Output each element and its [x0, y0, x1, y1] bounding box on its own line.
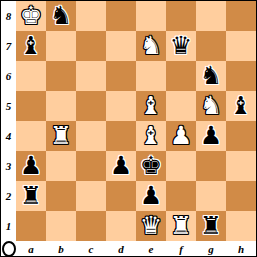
- piece-black-knight[interactable]: ♞: [46, 1, 76, 31]
- square-b6[interactable]: [46, 61, 76, 91]
- square-a2[interactable]: ♜: [16, 181, 46, 211]
- square-d5[interactable]: [106, 91, 136, 121]
- square-b8[interactable]: ♞: [46, 1, 76, 31]
- square-a4[interactable]: [16, 121, 46, 151]
- piece-black-queen[interactable]: ♛: [166, 31, 196, 61]
- piece-white-pawn[interactable]: ♟: [166, 121, 196, 151]
- piece-white-knight[interactable]: ♞: [136, 31, 166, 61]
- piece-black-bishop[interactable]: ♝: [226, 91, 256, 121]
- piece-black-knight[interactable]: ♞: [196, 61, 226, 91]
- square-g5[interactable]: ♞: [196, 91, 226, 121]
- square-a6[interactable]: [16, 61, 46, 91]
- square-h7[interactable]: [226, 31, 256, 61]
- square-f7[interactable]: ♛: [166, 31, 196, 61]
- square-f2[interactable]: [166, 181, 196, 211]
- rank-label-2: 2: [1, 181, 16, 211]
- square-b2[interactable]: [46, 181, 76, 211]
- file-label-h: h: [226, 241, 256, 256]
- rank-label-4: 4: [1, 121, 16, 151]
- square-a5[interactable]: [16, 91, 46, 121]
- square-h5[interactable]: ♝: [226, 91, 256, 121]
- square-g6[interactable]: ♞: [196, 61, 226, 91]
- square-e7[interactable]: ♞: [136, 31, 166, 61]
- square-c1[interactable]: [76, 211, 106, 241]
- square-g7[interactable]: [196, 31, 226, 61]
- piece-white-rook[interactable]: ♜: [166, 211, 196, 241]
- piece-black-pawn[interactable]: ♟: [106, 151, 136, 181]
- square-d4[interactable]: [106, 121, 136, 151]
- square-c8[interactable]: [76, 1, 106, 31]
- square-c5[interactable]: [76, 91, 106, 121]
- square-d3[interactable]: ♟: [106, 151, 136, 181]
- piece-white-knight[interactable]: ♞: [196, 91, 226, 121]
- square-b4[interactable]: ♜: [46, 121, 76, 151]
- square-a7[interactable]: ♝: [16, 31, 46, 61]
- piece-black-rook[interactable]: ♜: [196, 211, 226, 241]
- square-h6[interactable]: [226, 61, 256, 91]
- file-label-a: a: [16, 241, 46, 256]
- square-h8[interactable]: [226, 1, 256, 31]
- square-b7[interactable]: [46, 31, 76, 61]
- square-c6[interactable]: [76, 61, 106, 91]
- square-e6[interactable]: [136, 61, 166, 91]
- square-a3[interactable]: ♟: [16, 151, 46, 181]
- square-f1[interactable]: ♜: [166, 211, 196, 241]
- chess-board: ♚♞♝♞♛♞♝♞♝♜♝♟♟♟♟♚♜♟♛♜♜: [16, 1, 256, 241]
- piece-black-pawn[interactable]: ♟: [196, 121, 226, 151]
- chess-diagram: 87654321 ♚♞♝♞♛♞♝♞♝♜♝♟♟♟♟♚♜♟♛♜♜ abcdefgh: [0, 0, 257, 257]
- square-e5[interactable]: ♝: [136, 91, 166, 121]
- square-h1[interactable]: [226, 211, 256, 241]
- piece-white-bishop[interactable]: ♝: [136, 91, 166, 121]
- piece-black-king[interactable]: ♚: [136, 151, 166, 181]
- square-e8[interactable]: [136, 1, 166, 31]
- square-b5[interactable]: [46, 91, 76, 121]
- square-c3[interactable]: [76, 151, 106, 181]
- rank-labels: 87654321: [1, 1, 16, 241]
- piece-white-queen[interactable]: ♛: [136, 211, 166, 241]
- square-d7[interactable]: [106, 31, 136, 61]
- square-a1[interactable]: [16, 211, 46, 241]
- square-e4[interactable]: ♝: [136, 121, 166, 151]
- rank-label-5: 5: [1, 91, 16, 121]
- square-c7[interactable]: [76, 31, 106, 61]
- piece-black-bishop[interactable]: ♝: [16, 31, 46, 61]
- square-b1[interactable]: [46, 211, 76, 241]
- piece-black-pawn[interactable]: ♟: [16, 151, 46, 181]
- square-c2[interactable]: [76, 181, 106, 211]
- file-label-f: f: [166, 241, 196, 256]
- square-b3[interactable]: [46, 151, 76, 181]
- piece-black-rook[interactable]: ♜: [16, 181, 46, 211]
- file-label-d: d: [106, 241, 136, 256]
- file-label-e: e: [136, 241, 166, 256]
- square-c4[interactable]: [76, 121, 106, 151]
- square-h4[interactable]: [226, 121, 256, 151]
- file-labels: abcdefgh: [16, 241, 256, 256]
- white-to-move-icon: [2, 241, 16, 257]
- square-e1[interactable]: ♛: [136, 211, 166, 241]
- square-g8[interactable]: [196, 1, 226, 31]
- square-g4[interactable]: ♟: [196, 121, 226, 151]
- move-indicator: [1, 241, 16, 256]
- square-f4[interactable]: ♟: [166, 121, 196, 151]
- rank-label-8: 8: [1, 1, 16, 31]
- square-h2[interactable]: [226, 181, 256, 211]
- rank-label-3: 3: [1, 151, 16, 181]
- square-d2[interactable]: [106, 181, 136, 211]
- file-label-g: g: [196, 241, 226, 256]
- square-d6[interactable]: [106, 61, 136, 91]
- square-a8[interactable]: ♚: [16, 1, 46, 31]
- square-f5[interactable]: [166, 91, 196, 121]
- square-d8[interactable]: [106, 1, 136, 31]
- square-d1[interactable]: [106, 211, 136, 241]
- piece-white-bishop[interactable]: ♝: [136, 121, 166, 151]
- square-g1[interactable]: ♜: [196, 211, 226, 241]
- square-g3[interactable]: [196, 151, 226, 181]
- square-e2[interactable]: ♟: [136, 181, 166, 211]
- square-f8[interactable]: [166, 1, 196, 31]
- rank-label-7: 7: [1, 31, 16, 61]
- rank-label-6: 6: [1, 61, 16, 91]
- square-e3[interactable]: ♚: [136, 151, 166, 181]
- piece-black-pawn[interactable]: ♟: [136, 181, 166, 211]
- square-g2[interactable]: [196, 181, 226, 211]
- piece-white-king[interactable]: ♚: [16, 1, 46, 31]
- piece-white-rook[interactable]: ♜: [46, 121, 76, 151]
- file-label-b: b: [46, 241, 76, 256]
- file-label-c: c: [76, 241, 106, 256]
- square-f6[interactable]: [166, 61, 196, 91]
- rank-label-1: 1: [1, 211, 16, 241]
- square-f3[interactable]: [166, 151, 196, 181]
- square-h3[interactable]: [226, 151, 256, 181]
